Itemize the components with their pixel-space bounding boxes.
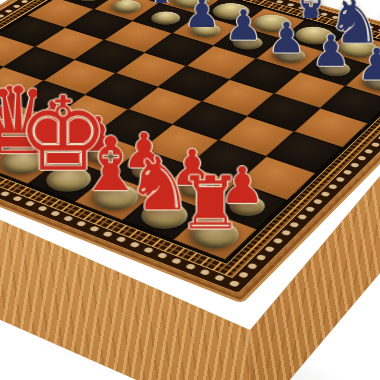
piece-red-rook: ♜: [173, 210, 257, 260]
blue-pawn-glyph: ♟: [307, 44, 380, 86]
red-rook-glyph: ♜: [128, 170, 293, 240]
chess-set-photo: ♜♞♝♛♚♝♞♜♟♟♟♟♟♟♟♟♟♟♟♟♟♟♟♟♜♞♝♛♚♝♞♜: [0, 0, 380, 380]
chess-board: ♜♞♝♛♚♝♞♜♟♟♟♟♟♟♟♟♟♟♟♟♟♟♟♟♜♞♝♛♚♝♞♜: [0, 0, 380, 260]
square-h1: ♜: [173, 210, 257, 260]
